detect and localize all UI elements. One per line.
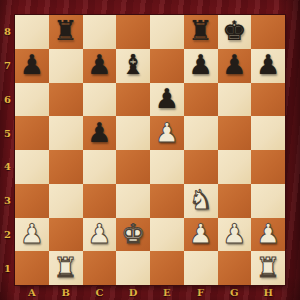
- square-h8[interactable]: [251, 15, 285, 49]
- square-g3[interactable]: [218, 184, 252, 218]
- piece-black-bishop[interactable]: ♝: [121, 51, 145, 78]
- square-h2[interactable]: ♟: [251, 218, 285, 252]
- square-a5[interactable]: [15, 116, 49, 150]
- rank-label-3: 3: [0, 184, 15, 218]
- square-e4[interactable]: [150, 150, 184, 184]
- file-label-h: H: [251, 285, 285, 300]
- square-c5[interactable]: ♟: [83, 116, 117, 150]
- piece-white-king[interactable]: ♚: [121, 220, 145, 247]
- rank-label-7: 7: [0, 49, 15, 83]
- square-g6[interactable]: [218, 83, 252, 117]
- file-label-f: F: [184, 285, 218, 300]
- file-labels: ABCDEFGH: [15, 285, 285, 300]
- rank-label-6: 6: [0, 83, 15, 117]
- piece-white-pawn[interactable]: ♟: [256, 220, 280, 247]
- file-label-b: B: [49, 285, 83, 300]
- piece-black-pawn[interactable]: ♟: [256, 51, 280, 78]
- piece-white-pawn[interactable]: ♟: [20, 220, 44, 247]
- square-g4[interactable]: [218, 150, 252, 184]
- square-e1[interactable]: [150, 251, 184, 285]
- square-b4[interactable]: [49, 150, 83, 184]
- square-e5[interactable]: ♟: [150, 116, 184, 150]
- square-f2[interactable]: ♟: [184, 218, 218, 252]
- rank-label-4: 4: [0, 150, 15, 184]
- square-h5[interactable]: [251, 116, 285, 150]
- piece-black-pawn[interactable]: ♟: [87, 119, 111, 146]
- square-d4[interactable]: [116, 150, 150, 184]
- square-c2[interactable]: ♟: [83, 218, 117, 252]
- square-a7[interactable]: ♟: [15, 49, 49, 83]
- square-d2[interactable]: ♚: [116, 218, 150, 252]
- square-f7[interactable]: ♟: [184, 49, 218, 83]
- square-c4[interactable]: [83, 150, 117, 184]
- piece-white-pawn[interactable]: ♟: [155, 119, 179, 146]
- square-a8[interactable]: [15, 15, 49, 49]
- piece-black-pawn[interactable]: ♟: [155, 85, 179, 112]
- file-label-a: A: [15, 285, 49, 300]
- square-g2[interactable]: ♟: [218, 218, 252, 252]
- piece-white-pawn[interactable]: ♟: [87, 220, 111, 247]
- piece-black-king[interactable]: ♚: [222, 17, 246, 44]
- square-h1[interactable]: ♜: [251, 251, 285, 285]
- square-e8[interactable]: [150, 15, 184, 49]
- piece-white-pawn[interactable]: ♟: [222, 220, 246, 247]
- square-d6[interactable]: [116, 83, 150, 117]
- square-f6[interactable]: [184, 83, 218, 117]
- square-b5[interactable]: [49, 116, 83, 150]
- square-h4[interactable]: [251, 150, 285, 184]
- square-e7[interactable]: [150, 49, 184, 83]
- square-b7[interactable]: [49, 49, 83, 83]
- square-c7[interactable]: ♟: [83, 49, 117, 83]
- square-g7[interactable]: ♟: [218, 49, 252, 83]
- square-d8[interactable]: [116, 15, 150, 49]
- square-g5[interactable]: [218, 116, 252, 150]
- square-b6[interactable]: [49, 83, 83, 117]
- piece-black-rook[interactable]: ♜: [54, 17, 78, 44]
- file-label-g: G: [218, 285, 252, 300]
- square-h3[interactable]: [251, 184, 285, 218]
- square-f3[interactable]: ♞: [184, 184, 218, 218]
- rank-labels: 87654321: [0, 15, 15, 285]
- file-label-c: C: [83, 285, 117, 300]
- piece-black-pawn[interactable]: ♟: [87, 51, 111, 78]
- square-f1[interactable]: [184, 251, 218, 285]
- square-a1[interactable]: [15, 251, 49, 285]
- square-c3[interactable]: [83, 184, 117, 218]
- square-b2[interactable]: [49, 218, 83, 252]
- square-a6[interactable]: [15, 83, 49, 117]
- square-d5[interactable]: [116, 116, 150, 150]
- square-c6[interactable]: [83, 83, 117, 117]
- square-a2[interactable]: ♟: [15, 218, 49, 252]
- square-e6[interactable]: ♟: [150, 83, 184, 117]
- chess-board: ♜♜♚♟♟♝♟♟♟♟♟♟♞♟♟♚♟♟♟♜♜: [15, 15, 285, 285]
- square-b1[interactable]: ♜: [49, 251, 83, 285]
- square-e3[interactable]: [150, 184, 184, 218]
- piece-white-rook[interactable]: ♜: [54, 254, 78, 281]
- square-d7[interactable]: ♝: [116, 49, 150, 83]
- square-c8[interactable]: [83, 15, 117, 49]
- square-e2[interactable]: [150, 218, 184, 252]
- rank-label-8: 8: [0, 15, 15, 49]
- piece-white-rook[interactable]: ♜: [256, 254, 280, 281]
- board-frame: 87654321 ABCDEFGH ♜♜♚♟♟♝♟♟♟♟♟♟♞♟♟♚♟♟♟♜♜: [0, 0, 300, 300]
- square-b3[interactable]: [49, 184, 83, 218]
- piece-black-pawn[interactable]: ♟: [189, 51, 213, 78]
- piece-white-knight[interactable]: ♞: [189, 186, 213, 213]
- piece-black-pawn[interactable]: ♟: [20, 51, 44, 78]
- square-g1[interactable]: [218, 251, 252, 285]
- square-h6[interactable]: [251, 83, 285, 117]
- square-h7[interactable]: ♟: [251, 49, 285, 83]
- square-c1[interactable]: [83, 251, 117, 285]
- square-d3[interactable]: [116, 184, 150, 218]
- file-label-d: D: [116, 285, 150, 300]
- piece-black-pawn[interactable]: ♟: [222, 51, 246, 78]
- rank-label-2: 2: [0, 218, 15, 252]
- rank-label-1: 1: [0, 251, 15, 285]
- square-a3[interactable]: [15, 184, 49, 218]
- square-f4[interactable]: [184, 150, 218, 184]
- square-f8[interactable]: ♜: [184, 15, 218, 49]
- square-f5[interactable]: [184, 116, 218, 150]
- square-b8[interactable]: ♜: [49, 15, 83, 49]
- piece-white-pawn[interactable]: ♟: [189, 220, 213, 247]
- rank-label-5: 5: [0, 116, 15, 150]
- square-g8[interactable]: ♚: [218, 15, 252, 49]
- square-a4[interactable]: [15, 150, 49, 184]
- square-d1[interactable]: [116, 251, 150, 285]
- file-label-e: E: [150, 285, 184, 300]
- piece-black-rook[interactable]: ♜: [189, 17, 213, 44]
